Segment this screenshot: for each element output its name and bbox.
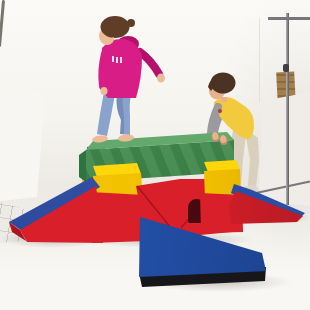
scene-frame: Two young children play on a colorful so… xyxy=(0,0,310,310)
